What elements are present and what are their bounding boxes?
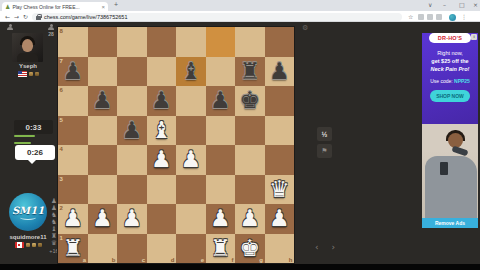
spectator-icon [48, 24, 54, 30]
lock-icon [36, 14, 41, 20]
piece-white-pawn[interactable]: ♟ [88, 204, 118, 234]
square-f8[interactable] [206, 27, 236, 57]
square-b1[interactable]: b [88, 234, 118, 264]
square-a4[interactable]: 4 [58, 145, 88, 175]
ad-text: get $25 off the [422, 58, 478, 64]
piece-white-pawn[interactable]: ♟ [117, 204, 147, 234]
reload-icon[interactable]: ↻ [23, 13, 28, 20]
piece-black-bishop[interactable]: ♝ [176, 57, 206, 87]
chesscom-page: 28 Yseph 0:33 0:26 SM11 ♟♟♞♞♝♜♛+16 squid… [0, 22, 480, 264]
player-username[interactable]: squidmore11 [0, 234, 56, 240]
url-text: chess.com/game/live/7386752651 [44, 14, 127, 20]
piece-black-pawn[interactable]: ♟ [58, 57, 88, 87]
square-h2[interactable]: ♟ [265, 204, 295, 234]
forward-icon[interactable]: → [14, 13, 19, 20]
board-coordinate: e [201, 257, 204, 263]
avatar-detail [20, 215, 36, 220]
canada-flag-icon [15, 242, 24, 248]
badge-icon [26, 243, 30, 248]
tab-close-icon[interactable]: × [101, 4, 105, 10]
square-c6[interactable] [117, 86, 147, 116]
tab-title: Play Chess Online for FREE... [12, 4, 99, 10]
square-f2[interactable]: ♟ [206, 204, 236, 234]
square-e2[interactable] [176, 204, 206, 234]
piece-white-pawn[interactable]: ♟ [265, 204, 295, 234]
badge-icon [35, 72, 39, 77]
opponent-clock-progress [14, 135, 53, 137]
piece-black-pawn[interactable]: ♟ [206, 86, 236, 116]
piece-white-pawn[interactable]: ♟ [147, 145, 177, 175]
square-d1[interactable]: d [147, 234, 177, 264]
board-coordinate: h [289, 257, 293, 263]
square-a3[interactable]: 3 [58, 175, 88, 205]
square-c3[interactable] [117, 175, 147, 205]
opponent-avatar[interactable] [12, 33, 43, 62]
opponent-username[interactable]: Yseph [0, 63, 56, 69]
ad-brand-logo: DR-HO'S [429, 33, 471, 43]
back-icon[interactable]: ← [5, 13, 10, 20]
new-tab-button[interactable]: + [114, 1, 118, 8]
ad-photo-detail [451, 146, 468, 157]
tab-search-icon[interactable]: ∨ [428, 1, 432, 8]
board-coordinate: 6 [60, 87, 63, 93]
square-h1[interactable]: h [265, 234, 295, 264]
badge-icon [29, 72, 33, 77]
square-d6[interactable]: ♟ [147, 86, 177, 116]
piece-black-rook[interactable]: ♜ [235, 57, 265, 87]
piece-white-pawn[interactable]: ♟ [206, 204, 236, 234]
piece-black-pawn[interactable]: ♟ [265, 57, 295, 87]
square-b4[interactable] [88, 145, 118, 175]
square-e4[interactable]: ♟ [176, 145, 206, 175]
square-f6[interactable]: ♟ [206, 86, 236, 116]
settings-gear-icon[interactable]: ⚙ [302, 24, 308, 32]
square-e6[interactable] [176, 86, 206, 116]
move-nav-arrows[interactable]: ‹ › [315, 242, 340, 252]
square-d2[interactable] [147, 204, 177, 234]
avatar-detail [22, 39, 33, 52]
square-e5[interactable] [176, 116, 206, 146]
board-coordinate: 8 [60, 28, 63, 34]
piece-black-pawn[interactable]: ♟ [88, 86, 118, 116]
extension-icon[interactable] [427, 14, 433, 20]
square-c7[interactable] [117, 57, 147, 87]
board-coordinate: d [171, 257, 175, 263]
ad-photo[interactable] [422, 124, 478, 218]
ad-info-icon[interactable]: i [471, 34, 477, 40]
square-c5[interactable]: ♟ [117, 116, 147, 146]
extension-icon[interactable] [436, 14, 442, 20]
square-f3[interactable] [206, 175, 236, 205]
chesscom-favicon-icon: ♟ [5, 4, 10, 10]
piece-white-queen[interactable]: ♛ [265, 175, 295, 205]
square-g7[interactable]: ♜ [235, 57, 265, 87]
player-flair [0, 242, 56, 248]
square-d3[interactable] [147, 175, 177, 205]
square-h6[interactable] [265, 86, 295, 116]
browser-tab[interactable]: ♟ Play Chess Online for FREE... × [2, 2, 108, 11]
square-d7[interactable] [147, 57, 177, 87]
square-g8[interactable] [235, 27, 265, 57]
square-a5[interactable]: 5 [58, 116, 88, 146]
maximize-button[interactable]: □ [459, 1, 465, 8]
square-c4[interactable] [117, 145, 147, 175]
square-h8[interactable] [265, 27, 295, 57]
square-a7[interactable]: 7♟ [58, 57, 88, 87]
square-h7[interactable]: ♟ [265, 57, 295, 87]
piece-white-king[interactable]: ♚ [235, 234, 265, 264]
square-c8[interactable] [117, 27, 147, 57]
piece-white-pawn[interactable]: ♟ [235, 204, 265, 234]
square-h3[interactable]: ♛ [265, 175, 295, 205]
player-avatar[interactable]: SM11 [9, 193, 47, 231]
address-bar[interactable]: chess.com/game/live/7386752651 [32, 13, 402, 21]
square-a2[interactable]: 2♟ [58, 204, 88, 234]
square-f7[interactable] [206, 57, 236, 87]
close-window-button[interactable]: × [473, 1, 478, 8]
square-d4[interactable]: ♟ [147, 145, 177, 175]
browser-profile-avatar[interactable] [449, 14, 456, 21]
shop-now-button[interactable]: SHOP NOW [430, 90, 470, 102]
square-e8[interactable] [176, 27, 206, 57]
ad-photo-detail [440, 162, 448, 175]
square-f5[interactable] [206, 116, 236, 146]
player-clock: 0:26 [15, 145, 55, 160]
draw-offer-button[interactable]: ½ [317, 127, 332, 141]
square-d8[interactable] [147, 27, 177, 57]
board-coordinate: 3 [60, 176, 63, 182]
bookmark-star-icon[interactable]: ☆ [408, 13, 413, 20]
square-g5[interactable] [235, 116, 265, 146]
square-h4[interactable] [265, 145, 295, 175]
piece-black-pawn[interactable]: ♟ [147, 86, 177, 116]
ad-column: i DR-HO'S Right now, get $25 off the Nec… [422, 27, 478, 228]
minimize-button[interactable]: – [443, 1, 446, 8]
piece-white-rook[interactable]: ♜ [206, 234, 236, 264]
player-avatar-text: SM11 [12, 205, 44, 216]
us-flag-icon [18, 71, 27, 77]
browser-menu-icon[interactable]: ⋮ [461, 13, 467, 20]
tab-bar: ♟ Play Chess Online for FREE... × + ∨ – … [0, 0, 480, 11]
browser-window: ♟ Play Chess Online for FREE... × + ∨ – … [0, 0, 480, 270]
piece-white-bishop[interactable]: ♝ [147, 116, 177, 146]
browser-toolbar: ← → ↻ chess.com/game/live/7386752651 ☆ ⋮ [0, 11, 480, 22]
piece-black-pawn[interactable]: ♟ [117, 116, 147, 146]
square-b2[interactable]: ♟ [88, 204, 118, 234]
square-a1[interactable]: 1a♜ [58, 234, 88, 264]
ad-banner[interactable]: i DR-HO'S Right now, get $25 off the Nec… [422, 33, 478, 124]
opponent-flair [0, 71, 56, 77]
square-a8[interactable]: 8 [58, 27, 88, 57]
avatar-detail [17, 53, 38, 62]
opponent-clock: 0:33 [14, 120, 53, 134]
square-b6[interactable]: ♟ [88, 86, 118, 116]
square-f4[interactable] [206, 145, 236, 175]
ad-promo-code: Use code: NPP25 [422, 78, 478, 84]
square-f1[interactable]: f♜ [206, 234, 236, 264]
piece-white-rook[interactable]: ♜ [58, 234, 88, 264]
square-b3[interactable] [88, 175, 118, 205]
ad-text: Right now, [422, 50, 478, 56]
chess-board[interactable]: 87♟♝♜♟6♟♟♟♚5♟♝4♟♟3♛2♟♟♟♟♟♟1a♜bcdef♜g♚h [58, 27, 294, 263]
square-g2[interactable]: ♟ [235, 204, 265, 234]
extension-icon[interactable] [418, 14, 424, 20]
square-b7[interactable] [88, 57, 118, 87]
square-e3[interactable] [176, 175, 206, 205]
player-clock-progress [14, 142, 53, 144]
board-coordinate: 5 [60, 117, 63, 123]
badge-icon [32, 243, 36, 248]
player-icon [7, 24, 13, 30]
square-c2[interactable]: ♟ [117, 204, 147, 234]
square-g3[interactable] [235, 175, 265, 205]
badge-icon [38, 243, 42, 248]
square-g1[interactable]: g♚ [235, 234, 265, 264]
square-d5[interactable]: ♝ [147, 116, 177, 146]
square-e7[interactable]: ♝ [176, 57, 206, 87]
remove-ads-button[interactable]: Remove Ads [422, 218, 478, 228]
board-coordinate: 4 [60, 146, 63, 152]
square-g4[interactable] [235, 145, 265, 175]
piece-black-king[interactable]: ♚ [235, 86, 265, 116]
board-coordinate: c [142, 257, 145, 263]
piece-white-pawn[interactable]: ♟ [58, 204, 88, 234]
board-coordinate: b [112, 257, 116, 263]
piece-white-pawn[interactable]: ♟ [176, 145, 206, 175]
resign-flag-button[interactable]: ⚑ [317, 144, 332, 158]
ad-text: Neck Pain Pro! [422, 66, 478, 72]
square-b5[interactable] [88, 116, 118, 146]
square-c1[interactable]: c [117, 234, 147, 264]
square-b8[interactable] [88, 27, 118, 57]
square-g6[interactable]: ♚ [235, 86, 265, 116]
square-a6[interactable]: 6 [58, 86, 88, 116]
square-e1[interactable]: e [176, 234, 206, 264]
square-h5[interactable] [265, 116, 295, 146]
ad-photo-detail [425, 156, 477, 218]
